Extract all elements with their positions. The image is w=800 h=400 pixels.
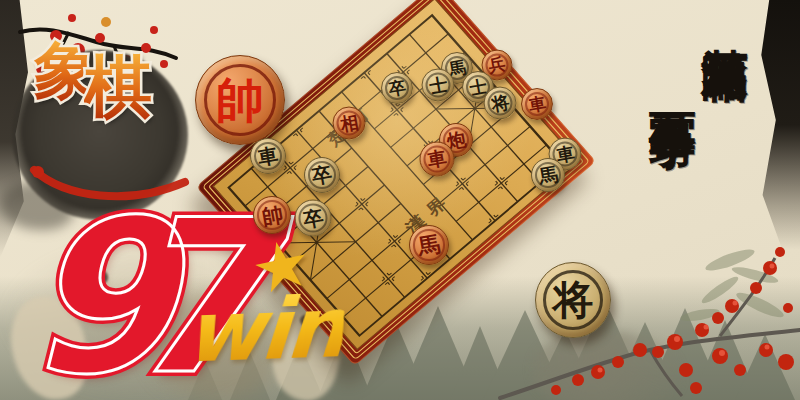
piece-glyph: 将 — [553, 280, 594, 321]
piece-glyph: 車 — [527, 94, 547, 114]
plum-branch-bottom-right — [470, 230, 800, 400]
logo-win[interactable]: win — [183, 285, 347, 374]
piece-red-rook-2: 車 — [521, 88, 553, 120]
piece-black-soldier-3: 卒 — [295, 200, 332, 237]
piece-black-advisor-1: 士 — [422, 69, 455, 102]
piece-glyph: 兵 — [487, 55, 507, 75]
decor-black-general: 将 — [535, 262, 611, 338]
piece-black-soldier-1: 卒 — [381, 72, 413, 104]
piece-red-king: 帥 — [253, 196, 291, 234]
piece-glyph: 帥 — [260, 203, 284, 227]
banner: 象 象 棋 棋 楚河汉界相隔 万马千军纷争 楚河 漢界 帥相炮車車馬兵将士士馬馬… — [0, 0, 800, 400]
piece-black-general: 将 — [484, 87, 517, 120]
piece-black-rook-1: 車 — [250, 138, 286, 174]
piece-glyph: 馬 — [416, 232, 441, 257]
piece-glyph: 卒 — [301, 206, 324, 229]
piece-glyph: 卒 — [310, 163, 333, 186]
piece-red-rook-1: 車 — [420, 142, 455, 177]
piece-red-horse: 馬 — [409, 225, 449, 265]
piece-red-elephant: 相 — [333, 107, 366, 140]
piece-glyph: 卒 — [387, 78, 407, 98]
piece-black-soldier-2: 卒 — [304, 157, 340, 193]
decor-red-king: 帥 — [195, 55, 285, 145]
piece-black-horse-2: 馬 — [531, 158, 565, 192]
piece-glyph: 将 — [490, 93, 511, 114]
piece-glyph: 車 — [256, 144, 279, 167]
piece-glyph: 帥 — [216, 76, 264, 124]
piece-glyph: 馬 — [537, 164, 559, 186]
piece-glyph: 車 — [426, 148, 448, 170]
piece-glyph: 相 — [339, 113, 360, 134]
piece-glyph: 士 — [428, 75, 449, 96]
